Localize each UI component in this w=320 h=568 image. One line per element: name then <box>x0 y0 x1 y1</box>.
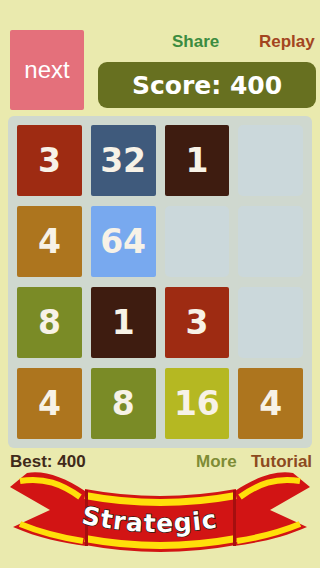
game-screen: next Share Replay Score: 400 33214648134… <box>0 0 320 568</box>
strategic-ribbon-banner: Strategic ! <box>8 471 312 561</box>
tile-3-r1c1: 3 <box>17 125 82 196</box>
tile-4-r4c4: 4 <box>238 368 303 439</box>
next-tile-preview[interactable]: next <box>10 30 84 110</box>
score-value: Score: 400 <box>132 71 282 100</box>
tile-8-r4c2: 8 <box>91 368 156 439</box>
tile-4-r4c1: 4 <box>17 368 82 439</box>
tile-16-r4c3: 16 <box>165 368 230 439</box>
tile-4-r2c1: 4 <box>17 206 82 277</box>
tile-1-r1c3: 1 <box>165 125 230 196</box>
tile-8-r3c1: 8 <box>17 287 82 358</box>
empty-cell-r2c4 <box>238 206 303 277</box>
replay-button[interactable]: Replay <box>259 32 315 52</box>
board-grid[interactable]: 332146481348164 <box>8 116 312 448</box>
share-button[interactable]: Share <box>172 32 219 52</box>
empty-cell-r1c4 <box>238 125 303 196</box>
more-button[interactable]: More <box>196 452 237 472</box>
empty-cell-r2c3 <box>165 206 230 277</box>
tile-3-r3c3: 3 <box>165 287 230 358</box>
next-tile-label: next <box>24 56 69 84</box>
best-score-label: Best: 400 <box>10 452 86 472</box>
tile-1-r3c2: 1 <box>91 287 156 358</box>
tile-32-r1c2: 32 <box>91 125 156 196</box>
tutorial-button[interactable]: Tutorial <box>251 452 312 472</box>
empty-cell-r3c4 <box>238 287 303 358</box>
tile-64-r2c2: 64 <box>91 206 156 277</box>
score-banner: Score: 400 <box>98 62 316 108</box>
